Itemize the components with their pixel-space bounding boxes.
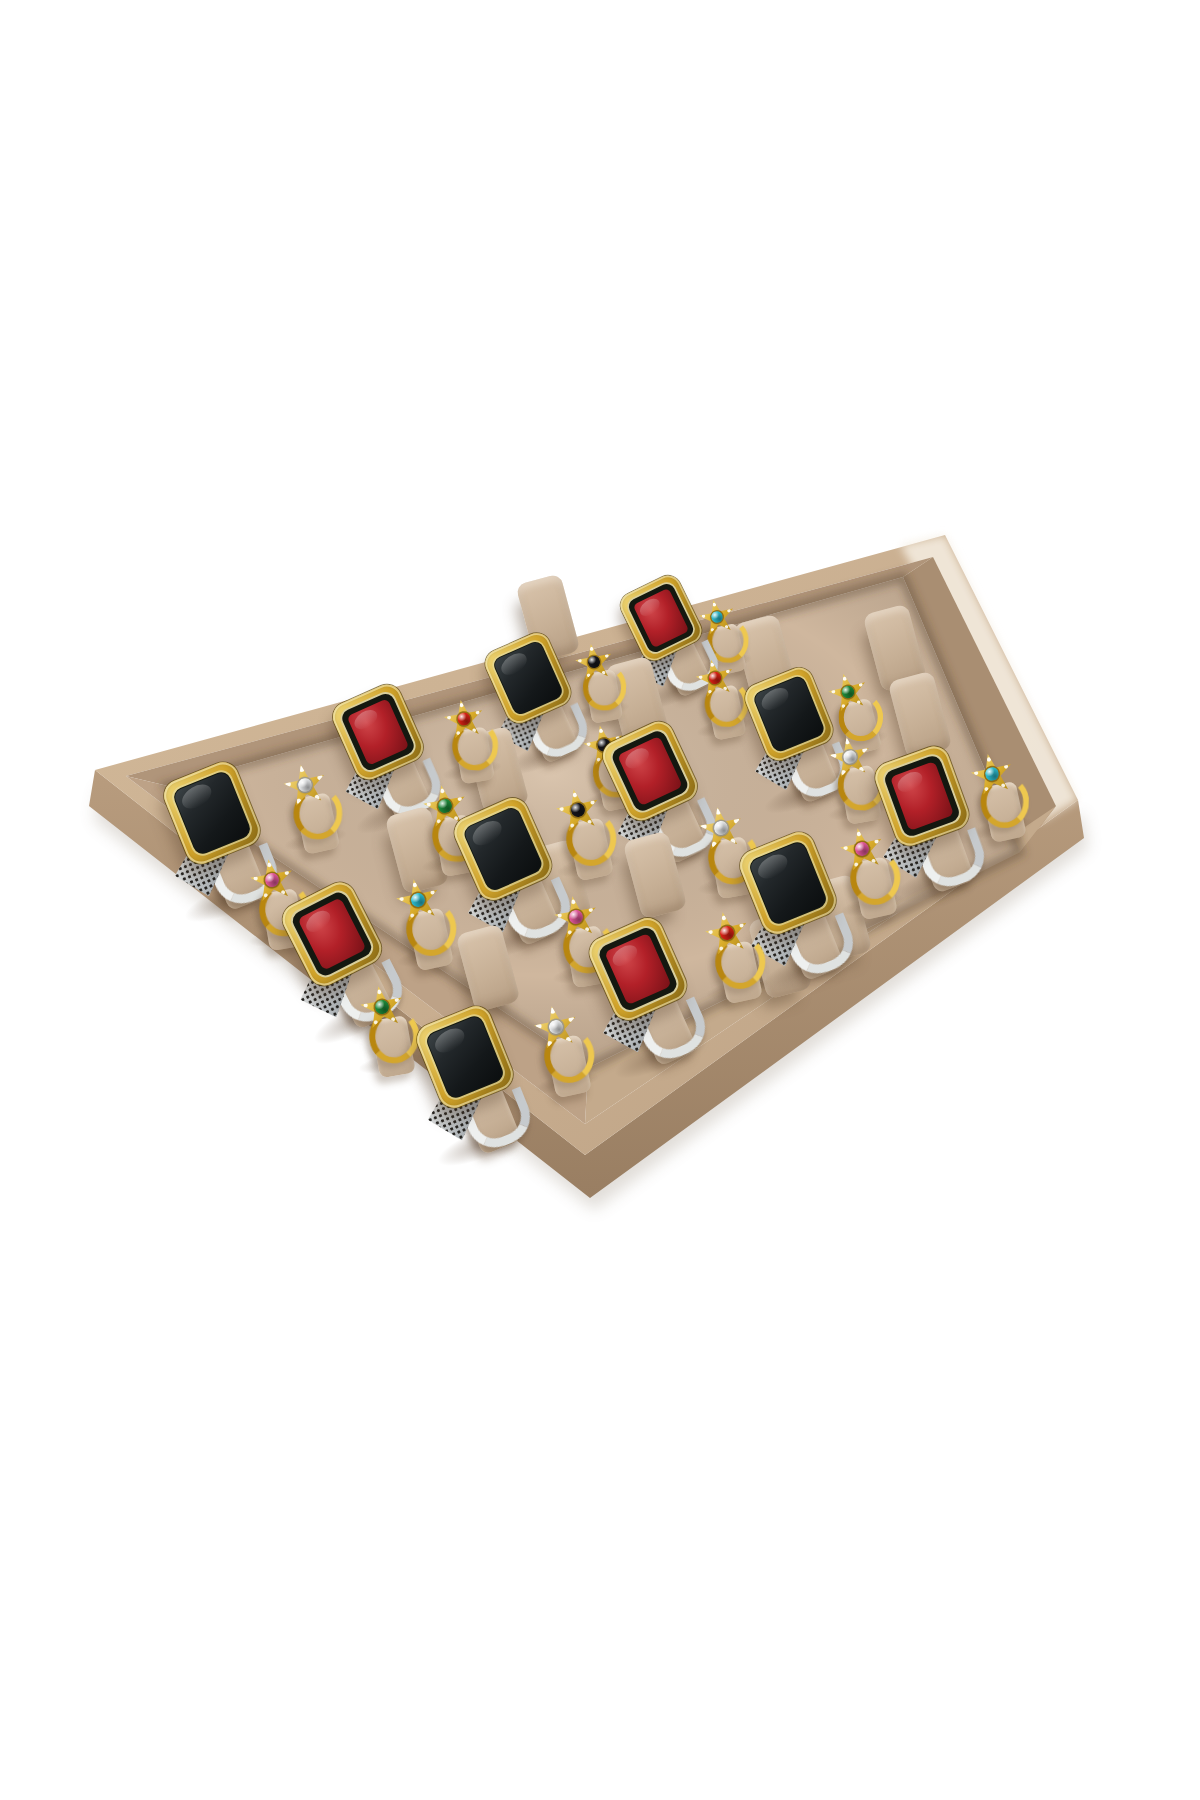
ring-tray — [0, 0, 1200, 1800]
photo-canvas — [0, 0, 1200, 1800]
